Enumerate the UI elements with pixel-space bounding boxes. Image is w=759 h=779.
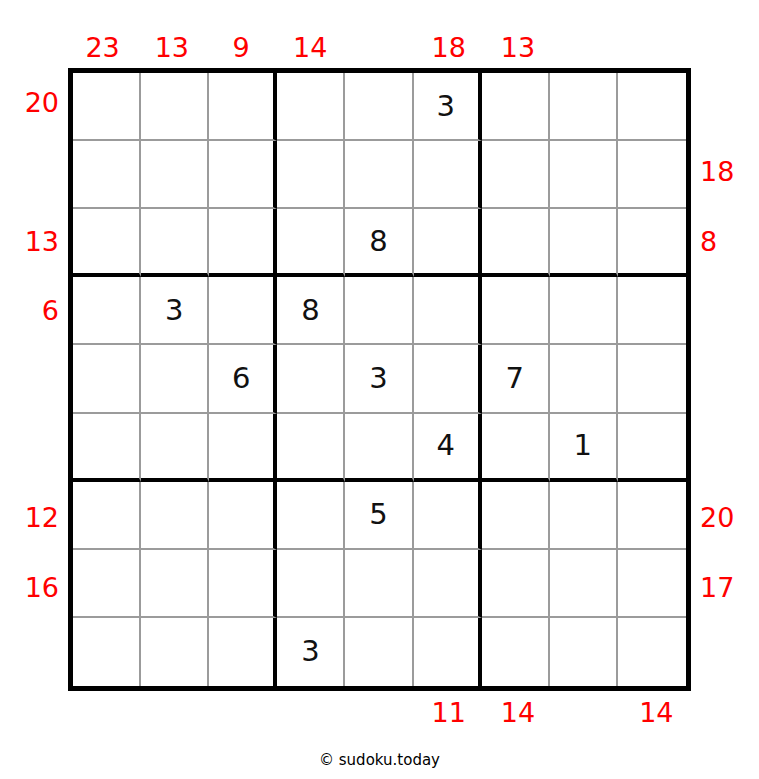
- top-clue-strip: 23139141813: [68, 0, 691, 64]
- cell-r9c9[interactable]: [618, 618, 686, 686]
- cell-r7c9[interactable]: [618, 482, 686, 550]
- cell-r8c8[interactable]: [550, 550, 618, 618]
- bottom-clue-6: 11: [432, 699, 466, 726]
- cell-r5c1[interactable]: [73, 345, 141, 413]
- left-clue-8: 16: [25, 574, 59, 601]
- cell-r1c1[interactable]: [73, 73, 141, 141]
- cell-r4c8[interactable]: [550, 277, 618, 345]
- cell-r7c5[interactable]: 5: [345, 482, 413, 550]
- right-clue-3: 8: [700, 228, 717, 255]
- cell-r1c6[interactable]: 3: [414, 73, 482, 141]
- right-clue-strip: 1882017: [695, 68, 759, 691]
- cell-r7c4[interactable]: [277, 482, 345, 550]
- cell-r6c8[interactable]: 1: [550, 414, 618, 482]
- cell-r5c4[interactable]: [277, 345, 345, 413]
- cell-r4c6[interactable]: [414, 277, 482, 345]
- cell-r3c1[interactable]: [73, 209, 141, 277]
- left-clue-3: 13: [25, 228, 59, 255]
- cell-r3c5[interactable]: 8: [345, 209, 413, 277]
- top-clue-4: 14: [293, 34, 327, 61]
- cell-r4c2[interactable]: 3: [141, 277, 209, 345]
- cell-r8c9[interactable]: [618, 550, 686, 618]
- cell-r1c5[interactable]: [345, 73, 413, 141]
- cell-r9c6[interactable]: [414, 618, 482, 686]
- cell-r8c4[interactable]: [277, 550, 345, 618]
- right-clue-7: 20: [700, 504, 734, 531]
- cell-r4c7[interactable]: [482, 277, 550, 345]
- top-clue-1: 23: [85, 34, 119, 61]
- cell-r4c9[interactable]: [618, 277, 686, 345]
- cell-r2c8[interactable]: [550, 141, 618, 209]
- cell-r9c7[interactable]: [482, 618, 550, 686]
- cell-r4c3[interactable]: [209, 277, 277, 345]
- cell-r5c2[interactable]: [141, 345, 209, 413]
- bottom-clue-9: 14: [639, 699, 673, 726]
- cell-r2c6[interactable]: [414, 141, 482, 209]
- cell-r4c1[interactable]: [73, 277, 141, 345]
- cell-r7c6[interactable]: [414, 482, 482, 550]
- cell-r5c5[interactable]: 3: [345, 345, 413, 413]
- cell-r6c2[interactable]: [141, 414, 209, 482]
- cell-r1c7[interactable]: [482, 73, 550, 141]
- cell-r3c9[interactable]: [618, 209, 686, 277]
- cell-r6c1[interactable]: [73, 414, 141, 482]
- left-clue-7: 12: [25, 504, 59, 531]
- copyright-footer: © sudoku.today: [68, 751, 691, 769]
- left-clue-4: 6: [42, 297, 59, 324]
- cell-r2c1[interactable]: [73, 141, 141, 209]
- sudoku-board: 38386374153: [68, 68, 691, 691]
- cell-r5c9[interactable]: [618, 345, 686, 413]
- cell-r8c5[interactable]: [345, 550, 413, 618]
- top-clue-7: 13: [501, 34, 535, 61]
- cell-r1c2[interactable]: [141, 73, 209, 141]
- right-clue-8: 17: [700, 574, 734, 601]
- cell-r4c5[interactable]: [345, 277, 413, 345]
- bottom-clue-strip: 111414: [68, 695, 691, 735]
- cell-r1c9[interactable]: [618, 73, 686, 141]
- cell-r5c8[interactable]: [550, 345, 618, 413]
- frame-sudoku-page: 23139141813 201361216 1882017 111414 383…: [0, 0, 759, 779]
- cell-r9c8[interactable]: [550, 618, 618, 686]
- cell-r9c2[interactable]: [141, 618, 209, 686]
- cell-r8c1[interactable]: [73, 550, 141, 618]
- cell-r4c4[interactable]: 8: [277, 277, 345, 345]
- cell-r5c3[interactable]: 6: [209, 345, 277, 413]
- cell-r8c2[interactable]: [141, 550, 209, 618]
- cell-r1c4[interactable]: [277, 73, 345, 141]
- cell-r3c3[interactable]: [209, 209, 277, 277]
- cell-r3c2[interactable]: [141, 209, 209, 277]
- cell-r7c1[interactable]: [73, 482, 141, 550]
- cell-r5c6[interactable]: [414, 345, 482, 413]
- cell-r8c6[interactable]: [414, 550, 482, 618]
- cell-r3c7[interactable]: [482, 209, 550, 277]
- top-clue-6: 18: [432, 34, 466, 61]
- cell-r7c8[interactable]: [550, 482, 618, 550]
- cell-r1c8[interactable]: [550, 73, 618, 141]
- cell-r6c3[interactable]: [209, 414, 277, 482]
- cell-r7c3[interactable]: [209, 482, 277, 550]
- left-clue-1: 20: [25, 89, 59, 116]
- left-clue-strip: 201361216: [0, 68, 64, 691]
- cell-r9c1[interactable]: [73, 618, 141, 686]
- top-clue-3: 9: [232, 34, 249, 61]
- cell-r9c3[interactable]: [209, 618, 277, 686]
- cell-r3c4[interactable]: [277, 209, 345, 277]
- cell-r9c5[interactable]: [345, 618, 413, 686]
- cell-r6c4[interactable]: [277, 414, 345, 482]
- cell-r6c7[interactable]: [482, 414, 550, 482]
- cell-r2c7[interactable]: [482, 141, 550, 209]
- bottom-clue-7: 14: [501, 699, 535, 726]
- cell-r2c3[interactable]: [209, 141, 277, 209]
- cell-r2c9[interactable]: [618, 141, 686, 209]
- cell-r9c4[interactable]: 3: [277, 618, 345, 686]
- top-clue-2: 13: [155, 34, 189, 61]
- cell-r5c7[interactable]: 7: [482, 345, 550, 413]
- cell-r3c6[interactable]: [414, 209, 482, 277]
- cell-r6c9[interactable]: [618, 414, 686, 482]
- cell-r3c8[interactable]: [550, 209, 618, 277]
- right-clue-2: 18: [700, 158, 734, 185]
- cell-r8c3[interactable]: [209, 550, 277, 618]
- cell-r7c2[interactable]: [141, 482, 209, 550]
- cell-r2c5[interactable]: [345, 141, 413, 209]
- cell-r8c7[interactable]: [482, 550, 550, 618]
- cell-r6c6[interactable]: 4: [414, 414, 482, 482]
- cell-r6c5[interactable]: [345, 414, 413, 482]
- cell-r7c7[interactable]: [482, 482, 550, 550]
- cell-r2c2[interactable]: [141, 141, 209, 209]
- cell-r2c4[interactable]: [277, 141, 345, 209]
- cell-r1c3[interactable]: [209, 73, 277, 141]
